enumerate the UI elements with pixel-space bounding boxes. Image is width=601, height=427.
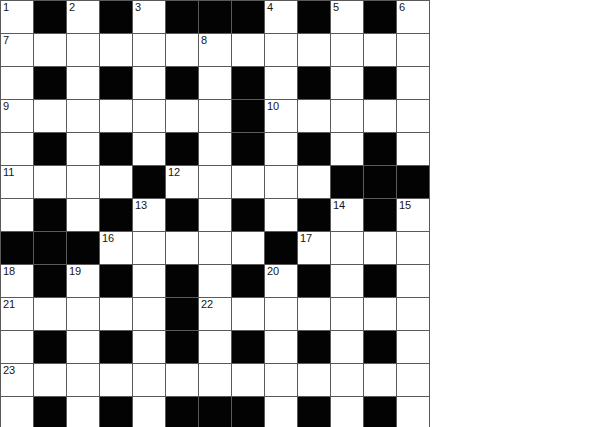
cell-6-4[interactable]: 13 [133, 199, 165, 231]
black-cell-4-7 [232, 133, 264, 165]
cell-1-12[interactable] [397, 34, 429, 66]
cell-1-5[interactable] [166, 34, 198, 66]
black-cell-2-3 [100, 67, 132, 99]
black-cell-6-7 [232, 199, 264, 231]
black-cell-8-1 [34, 265, 66, 297]
black-cell-8-3 [100, 265, 132, 297]
cell-3-4[interactable] [133, 100, 165, 132]
black-cell-12-1 [34, 397, 66, 427]
cell-5-6[interactable] [199, 166, 231, 198]
clue-number: 11 [3, 166, 14, 179]
cell-5-7[interactable] [232, 166, 264, 198]
cell-4-10[interactable] [331, 133, 363, 165]
cell-3-10[interactable] [331, 100, 363, 132]
black-cell-5-10 [331, 166, 363, 198]
clue-number: 17 [300, 232, 312, 245]
cell-7-11[interactable] [364, 232, 396, 264]
black-cell-10-9 [298, 331, 330, 363]
cell-5-3[interactable] [100, 166, 132, 198]
black-cell-12-5 [166, 397, 198, 427]
cell-7-10[interactable] [331, 232, 363, 264]
cell-11-7[interactable] [232, 364, 264, 396]
black-cell-4-9 [298, 133, 330, 165]
black-cell-10-11 [364, 331, 396, 363]
clue-number: 18 [3, 265, 15, 278]
clue-number: 20 [267, 265, 279, 278]
cell-8-10[interactable] [331, 265, 363, 297]
clue-number: 13 [135, 199, 147, 212]
black-cell-4-5 [166, 133, 198, 165]
cell-7-5[interactable] [166, 232, 198, 264]
black-cell-5-12 [397, 166, 429, 198]
cell-10-6[interactable] [199, 331, 231, 363]
black-cell-0-11 [364, 1, 396, 33]
cell-12-0[interactable] [1, 397, 33, 427]
clue-number: 14 [333, 199, 345, 212]
black-cell-12-11 [364, 397, 396, 427]
cell-9-10[interactable] [331, 298, 363, 330]
cell-1-1[interactable] [34, 34, 66, 66]
cell-2-8[interactable] [265, 67, 297, 99]
cell-7-3[interactable]: 16 [100, 232, 132, 264]
crossword-grid: 1234567891011121314151617181920212223 [0, 0, 430, 427]
cell-12-2[interactable] [67, 397, 99, 427]
black-cell-7-0 [1, 232, 33, 264]
cell-2-2[interactable] [67, 67, 99, 99]
cell-4-2[interactable] [67, 133, 99, 165]
cell-4-8[interactable] [265, 133, 297, 165]
cell-11-5[interactable] [166, 364, 198, 396]
cell-5-8[interactable] [265, 166, 297, 198]
cell-9-3[interactable] [100, 298, 132, 330]
cell-5-1[interactable] [34, 166, 66, 198]
clue-number: 15 [399, 199, 411, 212]
cell-11-4[interactable] [133, 364, 165, 396]
cell-5-2[interactable] [67, 166, 99, 198]
black-cell-6-11 [364, 199, 396, 231]
cell-1-3[interactable] [100, 34, 132, 66]
black-cell-4-11 [364, 133, 396, 165]
black-cell-6-3 [100, 199, 132, 231]
cell-9-6[interactable]: 22 [199, 298, 231, 330]
cell-4-0[interactable] [1, 133, 33, 165]
cell-8-0[interactable]: 18 [1, 265, 33, 297]
black-cell-7-2 [67, 232, 99, 264]
black-cell-8-7 [232, 265, 264, 297]
cell-5-0[interactable]: 11 [1, 166, 33, 198]
cell-1-6[interactable]: 8 [199, 34, 231, 66]
black-cell-0-6 [199, 1, 231, 33]
clue-number: 3 [135, 1, 141, 14]
cell-6-6[interactable] [199, 199, 231, 231]
cell-10-0[interactable] [1, 331, 33, 363]
cell-11-0[interactable]: 23 [1, 364, 33, 396]
cell-11-1[interactable] [34, 364, 66, 396]
black-cell-7-8 [265, 232, 297, 264]
cell-2-0[interactable] [1, 67, 33, 99]
cell-9-12[interactable] [397, 298, 429, 330]
black-cell-10-7 [232, 331, 264, 363]
clue-number: 2 [69, 1, 75, 14]
cell-3-11[interactable] [364, 100, 396, 132]
black-cell-12-9 [298, 397, 330, 427]
clue-number: 10 [267, 100, 279, 113]
cell-7-6[interactable] [199, 232, 231, 264]
cell-10-4[interactable] [133, 331, 165, 363]
black-cell-12-6 [199, 397, 231, 427]
cell-11-8[interactable] [265, 364, 297, 396]
cell-1-10[interactable] [331, 34, 363, 66]
black-cell-3-7 [232, 100, 264, 132]
clue-number: 1 [3, 1, 9, 14]
clue-number: 23 [3, 364, 15, 377]
black-cell-10-5 [166, 331, 198, 363]
cell-0-4[interactable]: 3 [133, 1, 165, 33]
cell-9-7[interactable] [232, 298, 264, 330]
cell-9-0[interactable]: 21 [1, 298, 33, 330]
cell-6-8[interactable] [265, 199, 297, 231]
cell-8-6[interactable] [199, 265, 231, 297]
cell-3-6[interactable] [199, 100, 231, 132]
cell-9-4[interactable] [133, 298, 165, 330]
cell-0-2[interactable]: 2 [67, 1, 99, 33]
cell-11-10[interactable] [331, 364, 363, 396]
cell-9-9[interactable] [298, 298, 330, 330]
cell-6-2[interactable] [67, 199, 99, 231]
clue-number: 19 [69, 265, 81, 278]
cell-11-3[interactable] [100, 364, 132, 396]
black-cell-12-3 [100, 397, 132, 427]
cell-6-12[interactable]: 15 [397, 199, 429, 231]
black-cell-6-9 [298, 199, 330, 231]
cell-0-12[interactable]: 6 [397, 1, 429, 33]
black-cell-5-4 [133, 166, 165, 198]
cell-8-12[interactable] [397, 265, 429, 297]
cell-7-9[interactable]: 17 [298, 232, 330, 264]
cell-12-4[interactable] [133, 397, 165, 427]
clue-number: 4 [267, 1, 273, 14]
black-cell-4-1 [34, 133, 66, 165]
cell-3-9[interactable] [298, 100, 330, 132]
black-cell-10-3 [100, 331, 132, 363]
black-cell-8-11 [364, 265, 396, 297]
cell-12-8[interactable] [265, 397, 297, 427]
clue-number: 7 [3, 34, 9, 47]
cell-5-9[interactable] [298, 166, 330, 198]
cell-3-2[interactable] [67, 100, 99, 132]
cell-5-5[interactable]: 12 [166, 166, 198, 198]
cell-11-2[interactable] [67, 364, 99, 396]
cell-7-7[interactable] [232, 232, 264, 264]
black-cell-12-7 [232, 397, 264, 427]
cell-11-9[interactable] [298, 364, 330, 396]
cell-8-8[interactable]: 20 [265, 265, 297, 297]
clue-number: 12 [168, 166, 180, 179]
black-cell-2-9 [298, 67, 330, 99]
cell-10-2[interactable] [67, 331, 99, 363]
cell-12-10[interactable] [331, 397, 363, 427]
clue-number: 6 [399, 1, 405, 14]
black-cell-2-1 [34, 67, 66, 99]
cell-3-8[interactable]: 10 [265, 100, 297, 132]
cell-1-4[interactable] [133, 34, 165, 66]
cell-2-4[interactable] [133, 67, 165, 99]
cell-9-2[interactable] [67, 298, 99, 330]
black-cell-0-7 [232, 1, 264, 33]
black-cell-0-1 [34, 1, 66, 33]
clue-number: 5 [333, 1, 339, 14]
cell-12-12[interactable] [397, 397, 429, 427]
cell-3-3[interactable] [100, 100, 132, 132]
black-cell-2-11 [364, 67, 396, 99]
cell-11-12[interactable] [397, 364, 429, 396]
black-cell-0-3 [100, 1, 132, 33]
cell-6-0[interactable] [1, 199, 33, 231]
cell-2-12[interactable] [397, 67, 429, 99]
black-cell-8-5 [166, 265, 198, 297]
clue-number: 21 [3, 298, 15, 311]
black-cell-0-9 [298, 1, 330, 33]
cell-9-1[interactable] [34, 298, 66, 330]
cell-11-6[interactable] [199, 364, 231, 396]
black-cell-6-5 [166, 199, 198, 231]
cell-0-0[interactable]: 1 [1, 1, 33, 33]
black-cell-2-5 [166, 67, 198, 99]
cell-3-5[interactable] [166, 100, 198, 132]
cell-1-9[interactable] [298, 34, 330, 66]
cell-1-0[interactable]: 7 [1, 34, 33, 66]
cell-1-8[interactable] [265, 34, 297, 66]
cell-10-12[interactable] [397, 331, 429, 363]
cell-2-10[interactable] [331, 67, 363, 99]
cell-3-1[interactable] [34, 100, 66, 132]
cell-4-4[interactable] [133, 133, 165, 165]
cell-3-12[interactable] [397, 100, 429, 132]
cell-8-4[interactable] [133, 265, 165, 297]
black-cell-7-1 [34, 232, 66, 264]
cell-1-2[interactable] [67, 34, 99, 66]
clue-number: 16 [102, 232, 114, 245]
cell-7-12[interactable] [397, 232, 429, 264]
cell-4-12[interactable] [397, 133, 429, 165]
cell-2-6[interactable] [199, 67, 231, 99]
cell-11-11[interactable] [364, 364, 396, 396]
cell-10-10[interactable] [331, 331, 363, 363]
cell-3-0[interactable]: 9 [1, 100, 33, 132]
cell-0-10[interactable]: 5 [331, 1, 363, 33]
cell-7-4[interactable] [133, 232, 165, 264]
black-cell-10-1 [34, 331, 66, 363]
cell-6-10[interactable]: 14 [331, 199, 363, 231]
cell-1-11[interactable] [364, 34, 396, 66]
cell-1-7[interactable] [232, 34, 264, 66]
black-cell-6-1 [34, 199, 66, 231]
black-cell-8-9 [298, 265, 330, 297]
cell-10-8[interactable] [265, 331, 297, 363]
clue-number: 22 [201, 298, 213, 311]
cell-9-11[interactable] [364, 298, 396, 330]
cell-8-2[interactable]: 19 [67, 265, 99, 297]
black-cell-5-11 [364, 166, 396, 198]
black-cell-0-5 [166, 1, 198, 33]
black-cell-9-5 [166, 298, 198, 330]
black-cell-4-3 [100, 133, 132, 165]
black-cell-2-7 [232, 67, 264, 99]
clue-number: 8 [201, 34, 207, 47]
clue-number: 9 [3, 100, 9, 113]
cell-4-6[interactable] [199, 133, 231, 165]
cell-0-8[interactable]: 4 [265, 1, 297, 33]
cell-9-8[interactable] [265, 298, 297, 330]
